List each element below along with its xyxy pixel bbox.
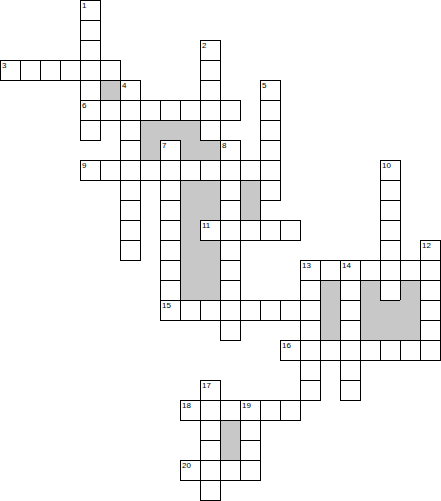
shaded-cell [180, 280, 201, 301]
shaded-cell [200, 260, 221, 281]
grid-cell[interactable]: 8 [220, 140, 241, 161]
grid-cell[interactable] [420, 340, 441, 361]
grid-cell[interactable] [340, 280, 361, 301]
grid-cell[interactable] [160, 200, 181, 221]
grid-cell[interactable] [220, 300, 241, 321]
grid-cell[interactable] [260, 140, 281, 161]
grid-cell[interactable]: 13 [300, 260, 321, 281]
grid-cell[interactable] [200, 400, 221, 421]
grid-cell[interactable] [360, 260, 381, 281]
grid-cell[interactable] [280, 400, 301, 421]
shaded-cell [320, 320, 341, 341]
shaded-cell [380, 320, 401, 341]
clue-number: 16 [282, 341, 291, 350]
grid-cell[interactable] [240, 300, 261, 321]
grid-cell[interactable] [160, 220, 181, 241]
grid-cell[interactable] [200, 160, 221, 181]
shaded-cell [180, 260, 201, 281]
grid-cell[interactable] [260, 300, 281, 321]
clue-number: 12 [422, 241, 431, 250]
grid-cell[interactable] [120, 220, 141, 241]
shaded-cell [200, 180, 221, 201]
grid-cell[interactable] [380, 260, 401, 281]
grid-cell[interactable] [240, 220, 261, 241]
grid-cell[interactable] [120, 200, 141, 221]
grid-cell[interactable] [340, 340, 361, 361]
grid-cell[interactable] [220, 220, 241, 241]
grid-cell[interactable] [260, 120, 281, 141]
clue-number: 9 [82, 161, 86, 170]
grid-cell[interactable] [200, 440, 221, 461]
clue-number: 18 [182, 401, 191, 410]
grid-cell[interactable] [160, 280, 181, 301]
grid-cell[interactable]: 5 [260, 80, 281, 101]
grid-cell[interactable]: 12 [420, 240, 441, 261]
shaded-cell [180, 220, 201, 241]
shaded-cell [180, 120, 201, 141]
grid-cell[interactable] [260, 180, 281, 201]
grid-cell[interactable] [160, 100, 181, 121]
grid-cell[interactable] [60, 60, 81, 81]
grid-cell[interactable] [420, 280, 441, 301]
grid-cell[interactable] [300, 320, 321, 341]
grid-cell[interactable] [180, 100, 201, 121]
clue-number: 15 [162, 301, 171, 310]
grid-cell[interactable] [140, 100, 161, 121]
grid-cell[interactable] [240, 160, 261, 181]
grid-cell[interactable] [220, 280, 241, 301]
grid-cell[interactable]: 17 [200, 380, 221, 401]
grid-cell[interactable] [220, 240, 241, 261]
grid-cell[interactable] [200, 480, 221, 501]
crossword-grid: 1234567891011121314151617181920 [0, 0, 441, 501]
grid-cell[interactable]: 4 [120, 80, 141, 101]
grid-cell[interactable] [340, 380, 361, 401]
shaded-cell [400, 300, 421, 321]
grid-cell[interactable] [40, 60, 61, 81]
grid-cell[interactable] [120, 100, 141, 121]
grid-cell[interactable] [280, 300, 301, 321]
grid-cell[interactable] [220, 260, 241, 281]
grid-cell[interactable] [120, 160, 141, 181]
grid-cell[interactable] [180, 300, 201, 321]
grid-cell[interactable] [320, 260, 341, 281]
clue-number: 11 [202, 221, 210, 230]
grid-cell[interactable] [120, 120, 141, 141]
grid-cell[interactable] [380, 200, 401, 221]
shaded-cell [380, 300, 401, 321]
grid-cell[interactable] [220, 460, 241, 481]
shaded-cell [200, 280, 221, 301]
grid-cell[interactable] [80, 60, 101, 81]
shaded-cell [400, 280, 421, 301]
shaded-cell [140, 120, 161, 141]
clue-number: 1 [82, 1, 86, 10]
shaded-cell [180, 140, 201, 161]
clue-number: 7 [162, 141, 166, 150]
grid-cell[interactable] [80, 20, 101, 41]
clue-number: 14 [342, 261, 351, 270]
grid-cell[interactable]: 16 [280, 340, 301, 361]
grid-cell[interactable] [220, 160, 241, 181]
grid-cell[interactable] [260, 400, 281, 421]
grid-cell[interactable]: 9 [80, 160, 101, 181]
shaded-cell [100, 80, 121, 101]
grid-cell[interactable] [240, 420, 261, 441]
grid-cell[interactable] [380, 280, 401, 301]
shaded-cell [360, 320, 381, 341]
grid-cell[interactable] [420, 260, 441, 281]
grid-cell[interactable] [260, 220, 281, 241]
clue-number: 5 [262, 81, 266, 90]
clue-number: 10 [382, 161, 391, 170]
shaded-cell [200, 240, 221, 261]
clue-number: 19 [242, 401, 251, 410]
grid-cell[interactable] [380, 180, 401, 201]
grid-cell[interactable] [120, 140, 141, 161]
grid-cell[interactable]: 18 [180, 400, 201, 421]
grid-cell[interactable] [300, 360, 321, 381]
grid-cell[interactable] [260, 160, 281, 181]
grid-cell[interactable] [200, 300, 221, 321]
grid-cell[interactable] [400, 260, 421, 281]
shaded-cell [240, 180, 261, 201]
grid-cell[interactable] [240, 460, 261, 481]
shaded-cell [400, 320, 421, 341]
grid-cell[interactable] [200, 120, 221, 141]
grid-cell[interactable]: 7 [160, 140, 181, 161]
grid-cell[interactable] [160, 160, 181, 181]
grid-cell[interactable] [340, 320, 361, 341]
grid-cell[interactable] [380, 340, 401, 361]
clue-number: 4 [122, 81, 126, 90]
grid-cell[interactable] [340, 360, 361, 381]
grid-cell[interactable]: 1 [80, 0, 101, 21]
grid-cell[interactable]: 11 [200, 220, 221, 241]
shaded-cell [200, 140, 221, 161]
grid-cell[interactable] [220, 200, 241, 221]
grid-cell[interactable] [200, 420, 221, 441]
grid-cell[interactable] [280, 220, 301, 241]
grid-cell[interactable] [420, 300, 441, 321]
grid-cell[interactable] [300, 280, 321, 301]
grid-cell[interactable] [360, 340, 381, 361]
grid-cell[interactable] [380, 240, 401, 261]
grid-cell[interactable]: 2 [200, 40, 221, 61]
clue-number: 6 [82, 101, 86, 110]
grid-cell[interactable] [100, 60, 121, 81]
shaded-cell [320, 280, 341, 301]
grid-cell[interactable]: 3 [0, 60, 21, 81]
shaded-cell [180, 240, 201, 261]
grid-cell[interactable] [200, 60, 221, 81]
shaded-cell [360, 300, 381, 321]
clue-number: 13 [302, 261, 311, 270]
grid-cell[interactable] [200, 100, 221, 121]
grid-cell[interactable] [160, 240, 181, 261]
grid-cell[interactable]: 15 [160, 300, 181, 321]
grid-cell[interactable] [80, 40, 101, 61]
grid-cell[interactable] [200, 80, 221, 101]
grid-cell[interactable] [220, 180, 241, 201]
grid-cell[interactable] [220, 320, 241, 341]
shaded-cell [360, 280, 381, 301]
grid-cell[interactable] [100, 100, 121, 121]
clue-number: 20 [182, 461, 191, 470]
grid-cell[interactable] [160, 180, 181, 201]
grid-cell[interactable]: 20 [180, 460, 201, 481]
grid-cell[interactable] [420, 320, 441, 341]
grid-cell[interactable] [160, 260, 181, 281]
grid-cell[interactable] [220, 100, 241, 121]
shaded-cell [160, 120, 181, 141]
shaded-cell [220, 420, 241, 441]
grid-cell[interactable] [20, 60, 41, 81]
shaded-cell [220, 440, 241, 461]
shaded-cell [180, 200, 201, 221]
grid-cell[interactable] [340, 300, 361, 321]
grid-cell[interactable]: 19 [240, 400, 261, 421]
grid-cell[interactable]: 6 [80, 100, 101, 121]
shaded-cell [320, 300, 341, 321]
grid-cell[interactable] [120, 240, 141, 261]
grid-cell[interactable] [200, 460, 221, 481]
grid-cell[interactable] [140, 160, 161, 181]
grid-cell[interactable] [320, 340, 341, 361]
grid-cell[interactable] [100, 160, 121, 181]
grid-cell[interactable] [240, 440, 261, 461]
clue-number: 17 [202, 381, 211, 390]
grid-cell[interactable] [260, 100, 281, 121]
clue-number: 2 [202, 41, 206, 50]
shaded-cell [180, 180, 201, 201]
grid-cell[interactable] [300, 380, 321, 401]
shaded-cell [140, 140, 161, 161]
shaded-cell [240, 200, 261, 221]
grid-cell[interactable] [180, 160, 201, 181]
grid-cell[interactable] [120, 180, 141, 201]
clue-number: 3 [2, 61, 6, 70]
grid-cell[interactable] [380, 220, 401, 241]
grid-cell[interactable] [300, 340, 321, 361]
grid-cell[interactable] [400, 340, 421, 361]
grid-cell[interactable] [80, 80, 101, 101]
clue-number: 8 [222, 141, 226, 150]
grid-cell[interactable] [220, 400, 241, 421]
grid-cell[interactable]: 10 [380, 160, 401, 181]
shaded-cell [200, 200, 221, 221]
grid-cell[interactable] [300, 300, 321, 321]
grid-cell[interactable]: 14 [340, 260, 361, 281]
grid-cell[interactable] [80, 120, 101, 141]
